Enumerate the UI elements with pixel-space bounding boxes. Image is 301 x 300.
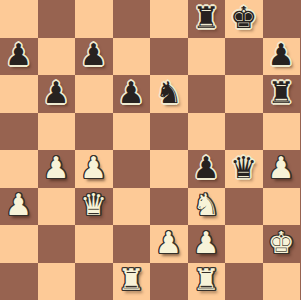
square-b2[interactable] bbox=[38, 225, 76, 263]
square-h1[interactable] bbox=[263, 263, 301, 300]
square-d4[interactable] bbox=[113, 150, 151, 188]
square-e7[interactable] bbox=[150, 38, 188, 76]
chess-board: ♜♚♟♟♟♟♟♞♜♟♟♟♛♟♟♛♞♟♟♚♜♜ bbox=[0, 0, 300, 300]
square-f6[interactable] bbox=[188, 75, 226, 113]
piece-black-pawn[interactable]: ♟ bbox=[118, 78, 145, 108]
square-g3[interactable] bbox=[225, 188, 263, 226]
square-d8[interactable] bbox=[113, 0, 151, 38]
piece-white-queen[interactable]: ♛ bbox=[80, 190, 107, 220]
square-b3[interactable] bbox=[38, 188, 76, 226]
square-d5[interactable] bbox=[113, 113, 151, 151]
square-h5[interactable] bbox=[263, 113, 301, 151]
square-b7[interactable] bbox=[38, 38, 76, 76]
square-b5[interactable] bbox=[38, 113, 76, 151]
piece-black-queen[interactable]: ♛ bbox=[230, 153, 257, 183]
square-d2[interactable] bbox=[113, 225, 151, 263]
square-d6[interactable]: ♟ bbox=[113, 75, 151, 113]
piece-black-rook[interactable]: ♜ bbox=[193, 3, 220, 33]
square-f2[interactable]: ♟ bbox=[188, 225, 226, 263]
square-g8[interactable]: ♚ bbox=[225, 0, 263, 38]
square-g2[interactable] bbox=[225, 225, 263, 263]
square-c1[interactable] bbox=[75, 263, 113, 300]
piece-white-rook[interactable]: ♜ bbox=[193, 265, 220, 295]
piece-white-pawn[interactable]: ♟ bbox=[268, 153, 295, 183]
square-e8[interactable] bbox=[150, 0, 188, 38]
square-a6[interactable] bbox=[0, 75, 38, 113]
square-g5[interactable] bbox=[225, 113, 263, 151]
square-b6[interactable]: ♟ bbox=[38, 75, 76, 113]
piece-black-knight[interactable]: ♞ bbox=[155, 78, 182, 108]
square-e3[interactable] bbox=[150, 188, 188, 226]
piece-black-pawn[interactable]: ♟ bbox=[5, 40, 32, 70]
square-a3[interactable]: ♟ bbox=[0, 188, 38, 226]
square-h7[interactable]: ♟ bbox=[263, 38, 301, 76]
square-f3[interactable]: ♞ bbox=[188, 188, 226, 226]
square-d1[interactable]: ♜ bbox=[113, 263, 151, 300]
square-a1[interactable] bbox=[0, 263, 38, 300]
square-a2[interactable] bbox=[0, 225, 38, 263]
square-b4[interactable]: ♟ bbox=[38, 150, 76, 188]
square-c5[interactable] bbox=[75, 113, 113, 151]
square-e1[interactable] bbox=[150, 263, 188, 300]
square-h6[interactable]: ♜ bbox=[263, 75, 301, 113]
square-g4[interactable]: ♛ bbox=[225, 150, 263, 188]
square-c4[interactable]: ♟ bbox=[75, 150, 113, 188]
square-f1[interactable]: ♜ bbox=[188, 263, 226, 300]
square-e5[interactable] bbox=[150, 113, 188, 151]
piece-white-pawn[interactable]: ♟ bbox=[5, 190, 32, 220]
square-e6[interactable]: ♞ bbox=[150, 75, 188, 113]
square-h4[interactable]: ♟ bbox=[263, 150, 301, 188]
square-h2[interactable]: ♚ bbox=[263, 225, 301, 263]
square-d7[interactable] bbox=[113, 38, 151, 76]
square-a5[interactable] bbox=[0, 113, 38, 151]
square-f5[interactable] bbox=[188, 113, 226, 151]
piece-white-pawn[interactable]: ♟ bbox=[80, 153, 107, 183]
square-b8[interactable] bbox=[38, 0, 76, 38]
square-c3[interactable]: ♛ bbox=[75, 188, 113, 226]
square-f8[interactable]: ♜ bbox=[188, 0, 226, 38]
square-g1[interactable] bbox=[225, 263, 263, 300]
square-g6[interactable] bbox=[225, 75, 263, 113]
piece-black-pawn[interactable]: ♟ bbox=[43, 78, 70, 108]
square-h3[interactable] bbox=[263, 188, 301, 226]
square-a7[interactable]: ♟ bbox=[0, 38, 38, 76]
piece-black-pawn[interactable]: ♟ bbox=[268, 40, 295, 70]
piece-black-king[interactable]: ♚ bbox=[230, 3, 257, 33]
square-e2[interactable]: ♟ bbox=[150, 225, 188, 263]
square-a8[interactable] bbox=[0, 0, 38, 38]
square-f4[interactable]: ♟ bbox=[188, 150, 226, 188]
square-a4[interactable] bbox=[0, 150, 38, 188]
square-h8[interactable] bbox=[263, 0, 301, 38]
piece-white-knight[interactable]: ♞ bbox=[193, 190, 220, 220]
square-b1[interactable] bbox=[38, 263, 76, 300]
square-c8[interactable] bbox=[75, 0, 113, 38]
piece-black-rook[interactable]: ♜ bbox=[268, 78, 295, 108]
square-f7[interactable] bbox=[188, 38, 226, 76]
square-e4[interactable] bbox=[150, 150, 188, 188]
piece-white-king[interactable]: ♚ bbox=[268, 228, 295, 258]
square-d3[interactable] bbox=[113, 188, 151, 226]
piece-white-pawn[interactable]: ♟ bbox=[193, 228, 220, 258]
piece-white-pawn[interactable]: ♟ bbox=[43, 153, 70, 183]
piece-white-rook[interactable]: ♜ bbox=[118, 265, 145, 295]
square-c7[interactable]: ♟ bbox=[75, 38, 113, 76]
square-g7[interactable] bbox=[225, 38, 263, 76]
piece-black-pawn[interactable]: ♟ bbox=[193, 153, 220, 183]
square-c2[interactable] bbox=[75, 225, 113, 263]
piece-black-pawn[interactable]: ♟ bbox=[80, 40, 107, 70]
square-c6[interactable] bbox=[75, 75, 113, 113]
piece-white-pawn[interactable]: ♟ bbox=[155, 228, 182, 258]
